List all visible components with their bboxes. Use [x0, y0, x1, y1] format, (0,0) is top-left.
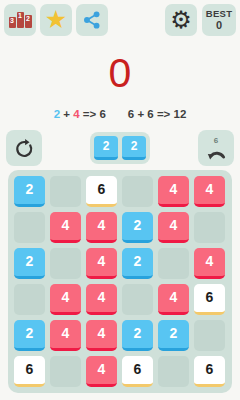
current-score: 0: [0, 50, 240, 97]
tile-2[interactable]: 2: [14, 248, 45, 279]
tile-4[interactable]: 4: [86, 284, 117, 315]
tile-4[interactable]: 4: [86, 248, 117, 279]
tile-4[interactable]: 4: [50, 212, 81, 243]
tile-4[interactable]: 4: [158, 284, 189, 315]
board[interactable]: 2644442424244446244226466: [8, 170, 232, 393]
tile-4[interactable]: 4: [158, 212, 189, 243]
podium-icon: 3 1 2: [9, 12, 32, 28]
tile-4[interactable]: 4: [158, 176, 189, 207]
gear-icon: ⚙: [170, 7, 192, 33]
rules-hint: 2 + 4 => 6 6 + 6 => 12: [0, 108, 240, 120]
tile-2[interactable]: 2: [158, 320, 189, 351]
best-value: 0: [202, 19, 236, 31]
rule-2: 6 + 6 => 12: [128, 108, 187, 120]
tile-2[interactable]: 2: [122, 320, 153, 351]
tile-4[interactable]: 4: [194, 176, 225, 207]
undo-button[interactable]: 6: [198, 130, 234, 166]
restart-button[interactable]: [6, 130, 42, 166]
undo-count: 6: [214, 136, 218, 145]
empty-cell: [158, 356, 189, 387]
tile-2[interactable]: 2: [14, 176, 45, 207]
tile-6[interactable]: 6: [14, 356, 45, 387]
best-score-badge: BEST 0: [202, 4, 236, 36]
podium-bar-2: 2: [25, 15, 32, 28]
rate-button[interactable]: ★: [40, 4, 72, 36]
tile-2[interactable]: 2: [122, 248, 153, 279]
empty-cell: [50, 176, 81, 207]
tile-4[interactable]: 4: [86, 356, 117, 387]
empty-cell: [14, 284, 45, 315]
settings-button[interactable]: ⚙: [165, 4, 197, 36]
podium-bar-1: 1: [17, 12, 24, 28]
restart-icon: [13, 137, 35, 159]
tile-6[interactable]: 6: [86, 176, 117, 207]
empty-cell: [122, 284, 153, 315]
leaderboard-button[interactable]: 3 1 2: [4, 4, 36, 36]
empty-cell: [158, 248, 189, 279]
share-icon: [81, 9, 103, 31]
next-tile: 2: [94, 136, 118, 160]
tile-4[interactable]: 4: [86, 212, 117, 243]
empty-cell: [50, 356, 81, 387]
tile-6[interactable]: 6: [194, 356, 225, 387]
tile-4[interactable]: 4: [50, 320, 81, 351]
rule-1: 2 + 4 => 6: [54, 108, 106, 120]
tile-4[interactable]: 4: [194, 248, 225, 279]
empty-cell: [194, 320, 225, 351]
empty-cell: [194, 212, 225, 243]
tile-4[interactable]: 4: [86, 320, 117, 351]
tile-4[interactable]: 4: [50, 284, 81, 315]
empty-cell: [14, 212, 45, 243]
next-tiles-preview: 2 2: [90, 132, 150, 164]
tile-6[interactable]: 6: [122, 356, 153, 387]
empty-cell: [50, 248, 81, 279]
tile-2[interactable]: 2: [14, 320, 45, 351]
best-label: BEST: [202, 8, 236, 19]
undo-arrow-icon: [204, 145, 228, 161]
star-icon: ★: [45, 6, 67, 32]
share-button[interactable]: [76, 4, 108, 36]
empty-cell: [122, 176, 153, 207]
tile-2[interactable]: 2: [122, 212, 153, 243]
tile-6[interactable]: 6: [194, 284, 225, 315]
next-tile: 2: [122, 136, 146, 160]
podium-bar-3: 3: [9, 17, 16, 28]
